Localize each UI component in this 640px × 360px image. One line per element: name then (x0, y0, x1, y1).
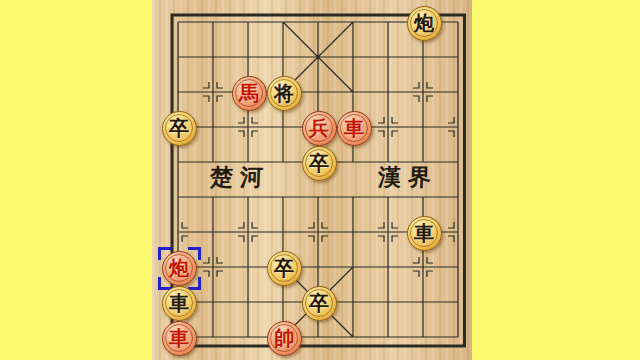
red-cannon-glyph: 炮 (169, 258, 189, 278)
red-soldier-glyph: 兵 (309, 118, 329, 138)
black-soldier-c-glyph: 卒 (274, 258, 294, 278)
red-horse-glyph: 馬 (239, 83, 259, 103)
black-chariot-a-glyph: 車 (414, 223, 434, 243)
piece-black-soldier-d[interactable]: 卒 (302, 286, 337, 321)
red-chariot-b-glyph: 車 (169, 328, 189, 348)
board: 楚河 漢界 炮馬将卒兵車卒車炮卒車卒車帥 (152, 0, 472, 360)
piece-black-chariot-b[interactable]: 車 (162, 286, 197, 321)
black-soldier-d-glyph: 卒 (309, 293, 329, 313)
piece-black-soldier-c[interactable]: 卒 (267, 251, 302, 286)
piece-red-chariot-b[interactable]: 車 (162, 321, 197, 356)
selection-corner-br (188, 277, 201, 290)
piece-grid[interactable]: 炮馬将卒兵車卒車炮卒車卒車帥 (161, 5, 476, 355)
piece-red-chariot-a[interactable]: 車 (337, 111, 372, 146)
piece-black-general[interactable]: 将 (267, 76, 302, 111)
red-general-glyph: 帥 (274, 328, 294, 348)
xiangqi-app: 楚河 漢界 炮馬将卒兵車卒車炮卒車卒車帥 (0, 0, 640, 360)
piece-red-cannon[interactable]: 炮 (162, 251, 197, 286)
red-chariot-a-glyph: 車 (344, 118, 364, 138)
piece-red-horse[interactable]: 馬 (232, 76, 267, 111)
piece-black-soldier-a[interactable]: 卒 (162, 111, 197, 146)
piece-red-general[interactable]: 帥 (267, 321, 302, 356)
piece-black-cannon[interactable]: 炮 (407, 6, 442, 41)
selection-marker (158, 247, 201, 290)
black-soldier-b-glyph: 卒 (309, 153, 329, 173)
black-general-glyph: 将 (274, 83, 294, 103)
black-soldier-a-glyph: 卒 (169, 118, 189, 138)
piece-black-chariot-a[interactable]: 車 (407, 216, 442, 251)
piece-black-soldier-b[interactable]: 卒 (302, 146, 337, 181)
black-cannon-glyph: 炮 (414, 13, 434, 33)
black-chariot-b-glyph: 車 (169, 293, 189, 313)
piece-red-soldier[interactable]: 兵 (302, 111, 337, 146)
selection-corner-tr (188, 247, 201, 260)
